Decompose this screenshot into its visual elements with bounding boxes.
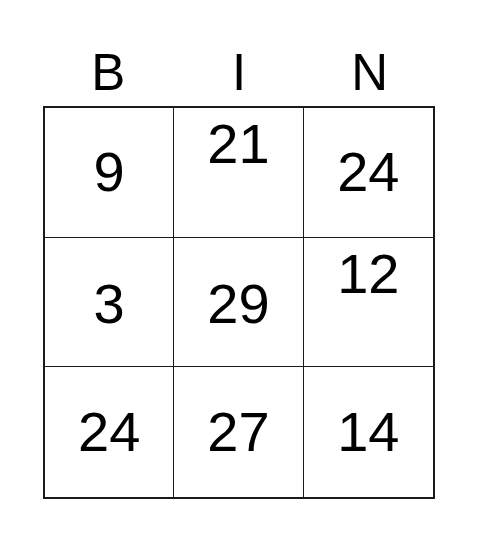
cell-number: 12 [337, 246, 399, 302]
bingo-cell-r3c1[interactable]: 24 [45, 367, 174, 497]
bingo-grid: 9 21 24 3 29 12 24 27 14 [43, 106, 435, 499]
cell-number: 14 [337, 404, 399, 460]
cell-number: 27 [207, 404, 269, 460]
bingo-cell-r2c2[interactable]: 29 [174, 238, 303, 368]
cell-number: 29 [207, 276, 269, 332]
bingo-cell-r3c3[interactable]: 14 [304, 367, 433, 497]
cell-number: 21 [207, 116, 269, 172]
bingo-cell-r2c1[interactable]: 3 [45, 238, 174, 368]
bingo-cell-r2c3[interactable]: 12 [304, 238, 433, 368]
column-header-i: I [174, 47, 305, 98]
bingo-cell-r1c1[interactable]: 9 [45, 108, 174, 238]
bingo-cell-r1c2[interactable]: 21 [174, 108, 303, 238]
column-header-b: B [43, 47, 174, 98]
bingo-column-headers: B I N [43, 47, 435, 95]
cell-number: 9 [94, 144, 125, 200]
column-header-n: N [304, 47, 435, 98]
bingo-card-page: B I N 9 21 24 3 29 12 24 27 14 [0, 0, 479, 544]
bingo-cell-r3c2[interactable]: 27 [174, 367, 303, 497]
bingo-cell-r1c3[interactable]: 24 [304, 108, 433, 238]
cell-number: 24 [78, 404, 140, 460]
cell-number: 24 [337, 144, 399, 200]
cell-number: 3 [94, 276, 125, 332]
